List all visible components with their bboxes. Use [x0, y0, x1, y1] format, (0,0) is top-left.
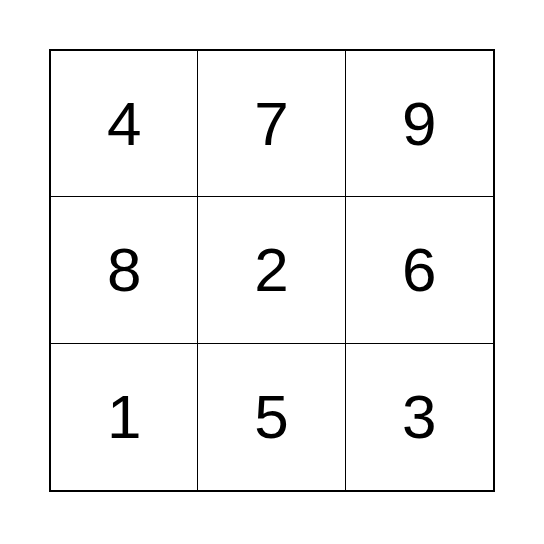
cell-r3c1[interactable]: 1: [51, 344, 198, 490]
cell-r2c3[interactable]: 6: [346, 197, 493, 343]
puzzle-canvas: 4 7 9 8 2 6 1 5 3: [0, 0, 544, 544]
cell-r2c2[interactable]: 2: [198, 197, 345, 343]
cell-r1c3[interactable]: 9: [346, 51, 493, 197]
cell-r2c1[interactable]: 8: [51, 197, 198, 343]
cell-r1c1[interactable]: 4: [51, 51, 198, 197]
cell-r1c2[interactable]: 7: [198, 51, 345, 197]
cell-r3c3[interactable]: 3: [346, 344, 493, 490]
cell-r3c2[interactable]: 5: [198, 344, 345, 490]
number-grid: 4 7 9 8 2 6 1 5 3: [49, 49, 495, 492]
